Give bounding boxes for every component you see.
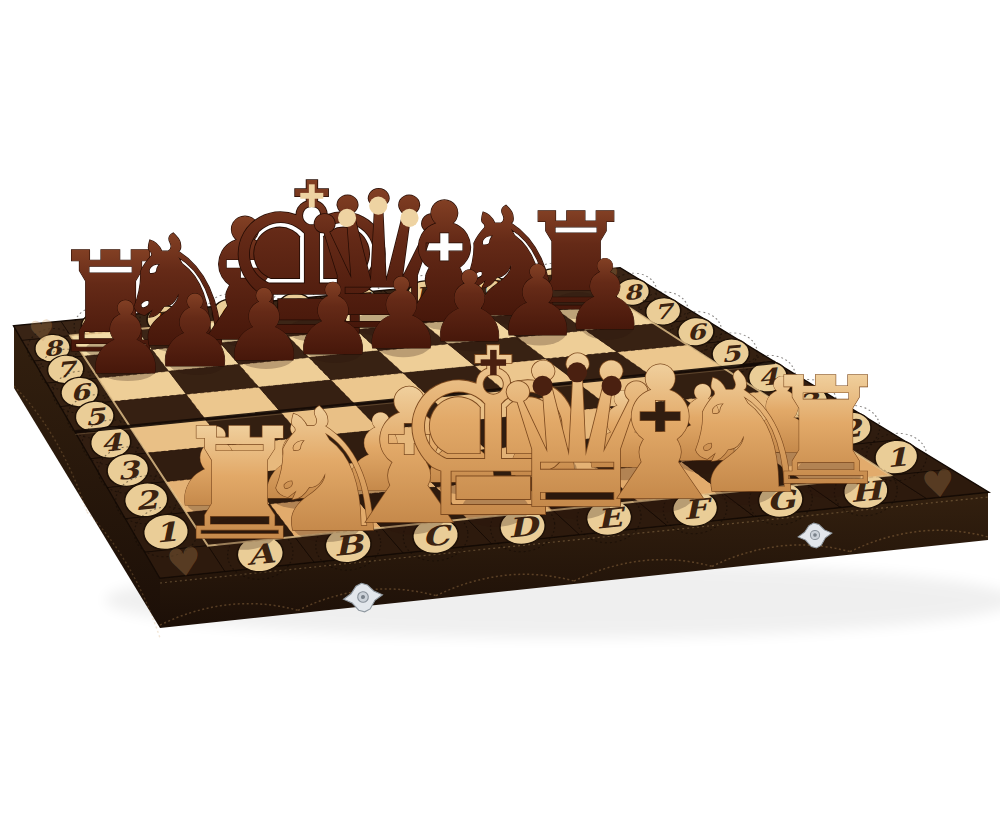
- svg-text:4: 4: [99, 428, 124, 457]
- svg-text:♜: ♜: [759, 346, 892, 518]
- piece-white-rook-h1: ♜: [759, 346, 892, 518]
- pieces: ♜♞♝♚♛♝♞♜♟♟♟♟♟♟♟♟♟♟♟♟♟♟♟♟♜♞♝♚♛♝♞♜: [49, 139, 892, 575]
- heart-carving-icon: ♥: [919, 460, 958, 508]
- product-photo: 8877665544332211AABBCCDDEEFFGGHH♥♥♥♥♜♞♝♚…: [0, 0, 1000, 824]
- chess-board: 8877665544332211AABBCCDDEEFFGGHH♥♥♥♥♜♞♝♚…: [0, 0, 1000, 824]
